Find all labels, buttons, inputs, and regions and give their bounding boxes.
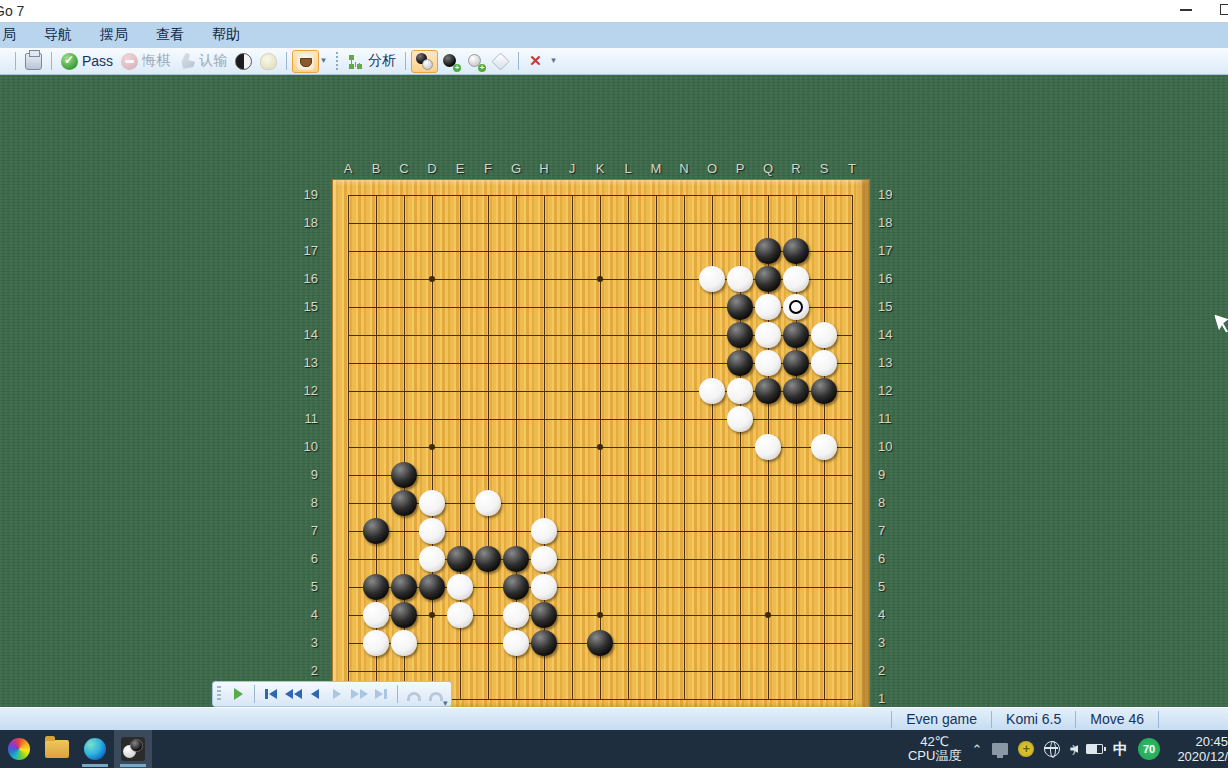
- stone-black-H4: [531, 602, 557, 628]
- last-move-button[interactable]: [370, 684, 392, 704]
- stone-white-O16: [699, 266, 725, 292]
- stone-white-S10: [811, 434, 837, 460]
- coord-label: L: [614, 161, 642, 177]
- coord-label: 11: [292, 405, 324, 433]
- fast-back-button[interactable]: [282, 684, 304, 704]
- board-coords-right: 19181716151413121110987654321: [876, 181, 908, 713]
- stone-white-G4: [503, 602, 529, 628]
- title-bar: Go 7: [0, 0, 1228, 22]
- stone-black-P14: [727, 322, 753, 348]
- maximize-button[interactable]: [1220, 4, 1228, 15]
- coord-label: 17: [292, 237, 324, 265]
- menu-item-help[interactable]: 帮助: [198, 22, 254, 48]
- taskbar-edge-button[interactable]: [76, 730, 114, 768]
- cpu-temperature: 42℃ CPU温度: [908, 735, 961, 763]
- pass-icon: [61, 53, 78, 70]
- star-point-K16: [597, 276, 603, 282]
- coord-label: 13: [292, 349, 324, 377]
- forward-button[interactable]: [326, 684, 348, 704]
- coord-label: 6: [876, 545, 908, 573]
- network-tray-icon[interactable]: [1044, 741, 1060, 757]
- stone-white-P11: [727, 406, 753, 432]
- coord-label: R: [782, 161, 810, 177]
- cup-icon: [297, 53, 314, 70]
- coord-label: 18: [876, 209, 908, 237]
- stone-white-Q13: [755, 350, 781, 376]
- menu-item-setup[interactable]: 摆局: [86, 22, 142, 48]
- stone-black-C5: [391, 574, 417, 600]
- add-white-stone-tool[interactable]: +: [463, 51, 488, 72]
- coord-label: 2: [876, 657, 908, 685]
- stone-black-P15: [727, 294, 753, 320]
- tray-expand-chevron[interactable]: ⌃: [971, 742, 982, 757]
- minimize-button[interactable]: [1180, 9, 1192, 11]
- coord-label: E: [446, 161, 474, 177]
- volume-tray-icon[interactable]: ): [1070, 743, 1076, 755]
- red-x-icon: [528, 53, 545, 70]
- toolbar-overflow-chevron[interactable]: [321, 53, 330, 69]
- taskbar-go-app-button[interactable]: [114, 730, 152, 768]
- system-tray: 42℃ CPU温度 ⌃ + ) 中 70 20:45 2020/12/: [908, 734, 1228, 764]
- add-black-stone-tool[interactable]: +: [438, 51, 463, 72]
- coord-label: P: [726, 161, 754, 177]
- alternate-stones-tool[interactable]: [411, 50, 438, 73]
- toolbar-overflow-chevron-2[interactable]: [551, 53, 560, 69]
- coord-label: 12: [292, 377, 324, 405]
- star-point-Q4: [765, 612, 771, 618]
- main-toolbar: Pass 悔棋 认输 分析 + +: [0, 48, 1228, 75]
- coord-label: 15: [876, 293, 908, 321]
- stone-white-R15: [783, 294, 809, 320]
- coord-label: 16: [876, 265, 908, 293]
- play-button[interactable]: [227, 684, 249, 704]
- stone-black-C8: [391, 490, 417, 516]
- yin-yang-icon: [235, 53, 252, 70]
- star-point-D4: [429, 612, 435, 618]
- taskbar: 42℃ CPU温度 ⌃ + ) 中 70 20:45 2020/12/: [0, 730, 1228, 768]
- coord-label: G: [502, 161, 530, 177]
- eraser-icon: [492, 52, 510, 70]
- menu-item-navigate[interactable]: 导航: [30, 22, 86, 48]
- undo-move-button[interactable]: 悔棋: [117, 50, 174, 72]
- coord-label: 4: [876, 601, 908, 629]
- stone-white-R16: [783, 266, 809, 292]
- coord-label: 9: [292, 461, 324, 489]
- stone-white-S13: [811, 350, 837, 376]
- board-coords-top: ABCDEFGHJKLMNOPQRST: [334, 161, 866, 177]
- lightbulb-icon: [260, 53, 277, 70]
- stone-white-S14: [811, 322, 837, 348]
- stone-black-B7: [363, 518, 389, 544]
- coord-label: N: [670, 161, 698, 177]
- folder-icon: [45, 740, 69, 758]
- stone-black-D5: [419, 574, 445, 600]
- stone-white-O12: [699, 378, 725, 404]
- coord-label: D: [418, 161, 446, 177]
- stone-white-D7: [419, 518, 445, 544]
- stone-black-R13: [783, 350, 809, 376]
- erase-tool[interactable]: [488, 51, 513, 72]
- coord-label: 19: [292, 181, 324, 209]
- stone-white-Q14: [755, 322, 781, 348]
- coord-label: 19: [876, 181, 908, 209]
- swap-color-button[interactable]: [231, 51, 256, 72]
- coord-label: M: [642, 161, 670, 177]
- coord-label: 5: [876, 573, 908, 601]
- stone-white-Q15: [755, 294, 781, 320]
- coord-label: 4: [292, 601, 324, 629]
- status-move-number: Move 46: [1075, 711, 1158, 728]
- stone-white-D8: [419, 490, 445, 516]
- stone-black-R14: [783, 322, 809, 348]
- stone-white-F8: [475, 490, 501, 516]
- coord-label: A: [334, 161, 362, 177]
- stone-black-F6: [475, 546, 501, 572]
- stone-black-Q16: [755, 266, 781, 292]
- menu-item-view[interactable]: 查看: [142, 22, 198, 48]
- coord-label: 14: [292, 321, 324, 349]
- coord-label: 7: [876, 517, 908, 545]
- stone-black-E6: [447, 546, 473, 572]
- add-white-stone-icon: +: [467, 53, 484, 70]
- resign-button[interactable]: 认输: [174, 50, 231, 72]
- stone-black-C9: [391, 462, 417, 488]
- pinwheel-icon: [8, 738, 30, 760]
- stone-white-B4: [363, 602, 389, 628]
- coord-label: 9: [876, 461, 908, 489]
- coord-label: 12: [876, 377, 908, 405]
- stone-white-E5: [447, 574, 473, 600]
- coord-label: 11: [876, 405, 908, 433]
- stone-white-B3: [363, 630, 389, 656]
- stone-white-H6: [531, 546, 557, 572]
- printer-icon: [25, 53, 42, 70]
- stone-black-Q17: [755, 238, 781, 264]
- coord-label: F: [474, 161, 502, 177]
- coord-label: 7: [292, 517, 324, 545]
- taskbar-start-button[interactable]: [0, 730, 38, 768]
- coord-label: 18: [292, 209, 324, 237]
- window-title: Go 7: [0, 3, 24, 19]
- stone-black-R12: [783, 378, 809, 404]
- coord-label: 3: [876, 629, 908, 657]
- board-coords-left: 19181716151413121110987654321: [292, 181, 324, 713]
- coord-label: 10: [292, 433, 324, 461]
- coord-label: 6: [292, 545, 324, 573]
- stone-black-K3: [587, 630, 613, 656]
- print-button[interactable]: [21, 51, 46, 72]
- analysis-button[interactable]: 分析: [343, 50, 400, 72]
- stone-white-C3: [391, 630, 417, 656]
- mouse-cursor: [1214, 312, 1228, 334]
- stone-black-Q12: [755, 378, 781, 404]
- stone-white-H7: [531, 518, 557, 544]
- stone-white-Q10: [755, 434, 781, 460]
- analysis-tree-icon: [347, 53, 364, 70]
- status-komi: Komi 6.5: [991, 711, 1075, 728]
- coord-label: 16: [292, 265, 324, 293]
- coord-label: 3: [292, 629, 324, 657]
- star-point-D16: [429, 276, 435, 282]
- coord-label: 15: [292, 293, 324, 321]
- undo-icon: [121, 53, 138, 70]
- display-tray-icon[interactable]: [992, 743, 1008, 755]
- board-intersections[interactable]: [334, 181, 866, 713]
- ime-indicator[interactable]: 中: [1113, 740, 1128, 759]
- coord-label: 8: [876, 489, 908, 517]
- stone-black-R17: [783, 238, 809, 264]
- coord-label: C: [390, 161, 418, 177]
- undo-branch-button[interactable]: [403, 684, 425, 704]
- stone-white-E4: [447, 602, 473, 628]
- status-bar: Even game Komi 6.5 Move 46: [0, 707, 1228, 730]
- coord-label: Q: [754, 161, 782, 177]
- coord-label: T: [838, 161, 866, 177]
- alternate-stones-icon: [416, 53, 433, 70]
- stone-black-G5: [503, 574, 529, 600]
- coord-label: 10: [876, 433, 908, 461]
- menu-item-game[interactable]: 局: [0, 22, 30, 48]
- coord-label: H: [530, 161, 558, 177]
- go-app-icon: [121, 737, 145, 761]
- star-point-D10: [429, 444, 435, 450]
- stone-black-G6: [503, 546, 529, 572]
- coord-label: 5: [292, 573, 324, 601]
- stone-black-S12: [811, 378, 837, 404]
- stone-black-P13: [727, 350, 753, 376]
- coord-label: 17: [876, 237, 908, 265]
- stone-white-H5: [531, 574, 557, 600]
- resign-icon: [178, 53, 195, 70]
- stone-black-B5: [363, 574, 389, 600]
- coord-label: 8: [292, 489, 324, 517]
- stone-white-P16: [727, 266, 753, 292]
- coord-label: K: [586, 161, 614, 177]
- stone-black-C4: [391, 602, 417, 628]
- battery-percent-badge[interactable]: 70: [1138, 738, 1160, 760]
- toolbar-grip[interactable]: [217, 686, 221, 702]
- coord-label: O: [698, 161, 726, 177]
- navigation-toolbar: [212, 681, 452, 707]
- game-info-toggle[interactable]: [292, 50, 319, 73]
- stone-white-P12: [727, 378, 753, 404]
- star-point-K4: [597, 612, 603, 618]
- menu-bar: 局 导航 摆局 查看 帮助: [0, 22, 1228, 48]
- stone-black-H3: [531, 630, 557, 656]
- coord-label: B: [362, 161, 390, 177]
- coord-label: J: [558, 161, 586, 177]
- add-black-stone-icon: +: [442, 53, 459, 70]
- pass-button[interactable]: Pass: [57, 51, 117, 72]
- taskbar-explorer-button[interactable]: [38, 730, 76, 768]
- delete-button[interactable]: [524, 51, 549, 72]
- antivirus-tray-icon[interactable]: +: [1018, 741, 1034, 757]
- star-point-K10: [597, 444, 603, 450]
- back-button[interactable]: [304, 684, 326, 704]
- coord-label: 13: [876, 349, 908, 377]
- edge-browser-icon: [84, 738, 106, 760]
- coord-label: S: [810, 161, 838, 177]
- taskbar-clock[interactable]: 20:45 2020/12/: [1170, 734, 1228, 764]
- status-game-type: Even game: [891, 711, 991, 728]
- coord-label: 14: [876, 321, 908, 349]
- hint-button[interactable]: [256, 51, 281, 72]
- last-move-marker: [789, 300, 803, 314]
- battery-tray-icon[interactable]: [1086, 744, 1103, 754]
- stone-white-D6: [419, 546, 445, 572]
- stone-white-G3: [503, 630, 529, 656]
- first-move-button[interactable]: [260, 684, 282, 704]
- client-area: ABCDEFGHJKLMNOPQRST ABCDEFGHJKLMNOPQRST …: [0, 75, 1228, 707]
- fast-forward-button[interactable]: [348, 684, 370, 704]
